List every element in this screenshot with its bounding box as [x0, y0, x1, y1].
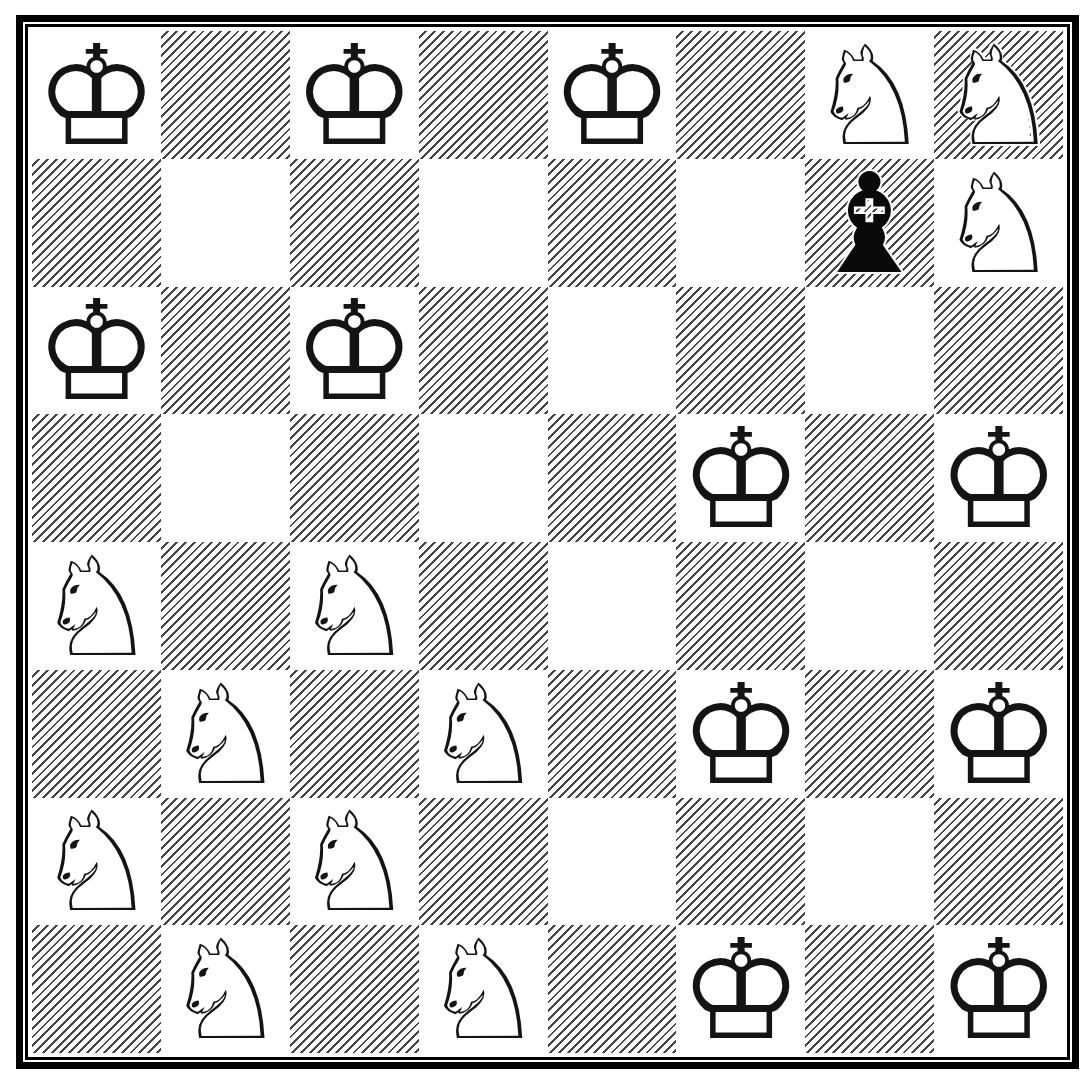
piece-white-knight[interactable]: ♞♘ [419, 925, 548, 1053]
piece-outline-glyph: ♔ [676, 672, 805, 800]
square-b8[interactable] [161, 31, 290, 159]
square-c7[interactable] [290, 159, 419, 287]
square-b2[interactable] [161, 798, 290, 926]
square-e3[interactable] [548, 670, 677, 798]
square-e5[interactable] [548, 414, 677, 542]
piece-white-king[interactable]: ♚♔ [548, 31, 677, 159]
square-a4[interactable]: ♞♘ [32, 542, 161, 670]
piece-white-king[interactable]: ♚♔ [676, 414, 805, 542]
piece-white-knight[interactable]: ♞♘ [32, 798, 161, 926]
square-c2[interactable]: ♞♘ [290, 798, 419, 926]
square-f7[interactable] [676, 159, 805, 287]
piece-white-knight[interactable]: ♞♘ [934, 159, 1063, 287]
piece-white-king[interactable]: ♚♔ [934, 414, 1063, 542]
square-a1[interactable] [32, 925, 161, 1053]
square-d6[interactable] [419, 287, 548, 415]
square-d7[interactable] [419, 159, 548, 287]
piece-outline-glyph: ♘ [290, 800, 419, 928]
square-f1[interactable]: ♚♔ [676, 925, 805, 1053]
square-a8[interactable]: ♚♔ [32, 31, 161, 159]
square-d3[interactable]: ♞♘ [419, 670, 548, 798]
piece-outline-glyph: ♔ [32, 33, 161, 161]
piece-outline-glyph: ♔ [676, 416, 805, 544]
piece-outline-glyph: ♘ [805, 33, 934, 161]
chess-board-diagram: ♚♔♚♔♚♔♞♘♞♘♝♝♞♘♚♔♚♔♚♔♚♔♞♘♞♘♞♘♞♘♚♔♚♔♞♘♞♘♞♘… [0, 0, 1086, 1076]
piece-white-knight[interactable]: ♞♘ [290, 798, 419, 926]
square-f2[interactable] [676, 798, 805, 926]
piece-white-king[interactable]: ♚♔ [32, 287, 161, 415]
piece-outline-glyph: ♔ [290, 33, 419, 161]
square-b3[interactable]: ♞♘ [161, 670, 290, 798]
piece-outline-glyph: ♔ [290, 289, 419, 417]
piece-outline-glyph: ♘ [32, 800, 161, 928]
square-g1[interactable] [805, 925, 934, 1053]
square-b6[interactable] [161, 287, 290, 415]
piece-white-king[interactable]: ♚♔ [290, 31, 419, 159]
square-c4[interactable]: ♞♘ [290, 542, 419, 670]
piece-white-king[interactable]: ♚♔ [934, 670, 1063, 798]
piece-outline-glyph: ♘ [934, 33, 1063, 161]
square-h3[interactable]: ♚♔ [934, 670, 1063, 798]
piece-outline-glyph: ♘ [161, 927, 290, 1055]
square-f3[interactable]: ♚♔ [676, 670, 805, 798]
piece-outline-glyph: ♔ [548, 33, 677, 161]
piece-black-bishop[interactable]: ♝♝ [805, 159, 934, 287]
piece-outline-glyph: ♔ [676, 927, 805, 1055]
square-d1[interactable]: ♞♘ [419, 925, 548, 1053]
square-g2[interactable] [805, 798, 934, 926]
square-b7[interactable] [161, 159, 290, 287]
piece-outline-glyph: ♘ [161, 672, 290, 800]
square-a5[interactable] [32, 414, 161, 542]
piece-white-king[interactable]: ♚♔ [32, 31, 161, 159]
square-e1[interactable] [548, 925, 677, 1053]
piece-outline-glyph: ♘ [419, 927, 548, 1055]
square-c3[interactable] [290, 670, 419, 798]
piece-outline-glyph: ♘ [32, 544, 161, 672]
square-h2[interactable] [934, 798, 1063, 926]
piece-white-knight[interactable]: ♞♘ [161, 670, 290, 798]
square-c8[interactable]: ♚♔ [290, 31, 419, 159]
square-e7[interactable] [548, 159, 677, 287]
piece-white-knight[interactable]: ♞♘ [161, 925, 290, 1053]
piece-white-king[interactable]: ♚♔ [676, 670, 805, 798]
square-f4[interactable] [676, 542, 805, 670]
piece-outline-glyph: ♔ [934, 416, 1063, 544]
chess-board: ♚♔♚♔♚♔♞♘♞♘♝♝♞♘♚♔♚♔♚♔♚♔♞♘♞♘♞♘♞♘♚♔♚♔♞♘♞♘♞♘… [32, 31, 1063, 1053]
square-g7[interactable]: ♝♝ [805, 159, 934, 287]
square-d4[interactable] [419, 542, 548, 670]
square-d8[interactable] [419, 31, 548, 159]
piece-white-knight[interactable]: ♞♘ [290, 542, 419, 670]
square-f8[interactable] [676, 31, 805, 159]
piece-white-knight[interactable]: ♞♘ [419, 670, 548, 798]
piece-white-knight[interactable]: ♞♘ [32, 542, 161, 670]
square-c5[interactable] [290, 414, 419, 542]
square-h4[interactable] [934, 542, 1063, 670]
square-h7[interactable]: ♞♘ [934, 159, 1063, 287]
square-g8[interactable]: ♞♘ [805, 31, 934, 159]
chess-board-frame: ♚♔♚♔♚♔♞♘♞♘♝♝♞♘♚♔♚♔♚♔♚♔♞♘♞♘♞♘♞♘♚♔♚♔♞♘♞♘♞♘… [16, 15, 1079, 1069]
square-f5[interactable]: ♚♔ [676, 414, 805, 542]
square-h5[interactable]: ♚♔ [934, 414, 1063, 542]
square-c1[interactable] [290, 925, 419, 1053]
piece-white-king[interactable]: ♚♔ [290, 287, 419, 415]
piece-outline-glyph: ♘ [934, 161, 1063, 289]
piece-outline-glyph: ♘ [290, 544, 419, 672]
square-d5[interactable] [419, 414, 548, 542]
square-g3[interactable] [805, 670, 934, 798]
piece-outline-glyph: ♔ [934, 672, 1063, 800]
square-h8[interactable]: ♞♘ [934, 31, 1063, 159]
square-g5[interactable] [805, 414, 934, 542]
piece-white-king[interactable]: ♚♔ [676, 925, 805, 1053]
piece-white-knight[interactable]: ♞♘ [934, 31, 1063, 159]
square-h6[interactable] [934, 287, 1063, 415]
piece-outline-glyph: ♔ [934, 927, 1063, 1055]
square-c6[interactable]: ♚♔ [290, 287, 419, 415]
piece-white-king[interactable]: ♚♔ [934, 925, 1063, 1053]
square-e6[interactable] [548, 287, 677, 415]
square-a2[interactable]: ♞♘ [32, 798, 161, 926]
square-a7[interactable] [32, 159, 161, 287]
piece-outline-glyph: ♘ [419, 672, 548, 800]
square-e4[interactable] [548, 542, 677, 670]
square-e8[interactable]: ♚♔ [548, 31, 677, 159]
square-d2[interactable] [419, 798, 548, 926]
piece-outline-glyph: ♝ [805, 161, 934, 289]
square-a3[interactable] [32, 670, 161, 798]
square-f6[interactable] [676, 287, 805, 415]
chess-board-inner-frame: ♚♔♚♔♚♔♞♘♞♘♝♝♞♘♚♔♚♔♚♔♚♔♞♘♞♘♞♘♞♘♚♔♚♔♞♘♞♘♞♘… [25, 24, 1070, 1060]
piece-white-knight[interactable]: ♞♘ [805, 31, 934, 159]
square-e2[interactable] [548, 798, 677, 926]
square-g4[interactable] [805, 542, 934, 670]
piece-outline-glyph: ♔ [32, 289, 161, 417]
square-b4[interactable] [161, 542, 290, 670]
square-b5[interactable] [161, 414, 290, 542]
square-b1[interactable]: ♞♘ [161, 925, 290, 1053]
square-h1[interactable]: ♚♔ [934, 925, 1063, 1053]
square-g6[interactable] [805, 287, 934, 415]
square-a6[interactable]: ♚♔ [32, 287, 161, 415]
